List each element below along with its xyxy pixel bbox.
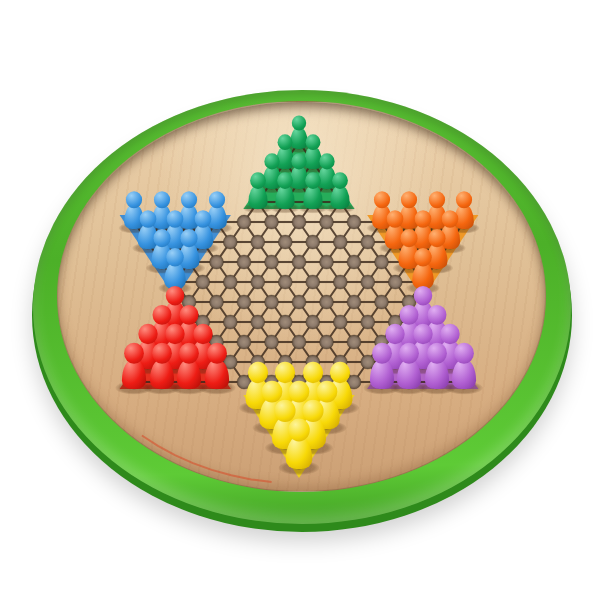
hole[interactable] — [388, 275, 402, 289]
peg-head — [400, 305, 419, 325]
peg-orange[interactable] — [411, 248, 434, 289]
hole[interactable] — [251, 315, 265, 329]
peg-head — [387, 210, 404, 228]
hole[interactable] — [333, 315, 347, 329]
hole[interactable] — [320, 295, 334, 309]
hole[interactable] — [237, 215, 251, 229]
peg-head — [305, 172, 321, 189]
hole[interactable] — [375, 255, 389, 269]
hole[interactable] — [347, 255, 361, 269]
hole[interactable] — [265, 215, 279, 229]
peg-green[interactable] — [330, 172, 351, 209]
peg-head — [427, 343, 447, 364]
star-hole-pattern — [0, 0, 600, 600]
hole[interactable] — [265, 335, 279, 349]
peg-head — [291, 153, 306, 169]
peg-head — [193, 324, 212, 344]
peg-red[interactable] — [176, 343, 202, 389]
peg-head — [208, 191, 224, 208]
hole[interactable] — [292, 255, 306, 269]
hole[interactable] — [347, 335, 361, 349]
hole[interactable] — [306, 235, 320, 249]
hole[interactable] — [278, 235, 292, 249]
peg-head — [288, 419, 310, 442]
hole[interactable] — [196, 275, 210, 289]
hole[interactable] — [361, 315, 375, 329]
peg-head — [442, 210, 459, 228]
peg-blue[interactable] — [164, 248, 187, 289]
peg-head — [166, 324, 185, 344]
peg-body — [303, 185, 322, 209]
peg-body — [397, 359, 421, 389]
peg-head — [414, 248, 432, 267]
peg-body — [452, 359, 476, 389]
hole[interactable] — [361, 235, 375, 249]
peg-purple[interactable] — [368, 343, 394, 389]
hole[interactable] — [361, 275, 375, 289]
peg-head — [167, 210, 184, 228]
peg-head — [427, 305, 446, 325]
peg-body — [369, 359, 393, 389]
peg-head — [181, 191, 197, 208]
printed-red-arc — [142, 436, 272, 483]
peg-head — [414, 286, 432, 305]
peg-head — [124, 343, 144, 364]
peg-body — [248, 185, 267, 209]
hole[interactable] — [278, 275, 292, 289]
peg-head — [332, 172, 348, 189]
peg-head — [454, 343, 474, 364]
hole[interactable] — [333, 235, 347, 249]
peg-body — [276, 185, 295, 209]
peg-head — [194, 210, 211, 228]
peg-head — [166, 286, 184, 305]
peg-head — [250, 172, 266, 189]
hole[interactable] — [265, 295, 279, 309]
peg-green[interactable] — [302, 172, 323, 209]
peg-head — [305, 134, 320, 150]
hole[interactable] — [210, 295, 224, 309]
peg-head — [428, 229, 445, 247]
peg-head — [179, 343, 199, 364]
peg-green[interactable] — [275, 172, 296, 209]
peg-red[interactable] — [121, 343, 147, 389]
hole[interactable] — [375, 295, 389, 309]
hole[interactable] — [265, 255, 279, 269]
peg-head — [278, 134, 293, 150]
peg-head — [277, 172, 293, 189]
peg-head — [413, 324, 432, 344]
peg-head — [152, 343, 172, 364]
peg-head — [400, 229, 417, 247]
peg-purple[interactable] — [396, 343, 422, 389]
hole[interactable] — [223, 275, 237, 289]
peg-purple[interactable] — [451, 343, 477, 389]
peg-head — [152, 305, 171, 325]
hole[interactable] — [210, 255, 224, 269]
peg-head — [373, 191, 389, 208]
peg-head — [180, 305, 199, 325]
peg-head — [207, 343, 227, 364]
hole[interactable] — [237, 255, 251, 269]
peg-body — [177, 359, 201, 389]
hole[interactable] — [320, 215, 334, 229]
hole[interactable] — [278, 315, 292, 329]
hole[interactable] — [251, 275, 265, 289]
hole[interactable] — [306, 275, 320, 289]
peg-head — [401, 191, 417, 208]
peg-head — [319, 153, 334, 169]
peg-head — [264, 153, 279, 169]
peg-green[interactable] — [247, 172, 268, 209]
peg-yellow[interactable] — [285, 419, 314, 469]
peg-head — [414, 210, 431, 228]
peg-head — [428, 191, 444, 208]
peg-red[interactable] — [203, 343, 229, 389]
peg-red[interactable] — [148, 343, 174, 389]
hole[interactable] — [251, 235, 265, 249]
peg-head — [399, 343, 419, 364]
hole[interactable] — [347, 295, 361, 309]
peg-head — [139, 210, 156, 228]
peg-body — [286, 437, 312, 469]
peg-body — [149, 359, 173, 389]
hole[interactable] — [292, 295, 306, 309]
peg-body — [424, 359, 448, 389]
hole[interactable] — [237, 335, 251, 349]
peg-body — [204, 359, 228, 389]
hole[interactable] — [292, 215, 306, 229]
hole[interactable] — [292, 335, 306, 349]
hole[interactable] — [237, 295, 251, 309]
peg-body — [122, 359, 146, 389]
peg-body — [331, 185, 350, 209]
hole[interactable] — [223, 315, 237, 329]
peg-head — [292, 115, 306, 130]
peg-head — [180, 229, 197, 247]
peg-head — [386, 324, 405, 344]
hole[interactable] — [320, 255, 334, 269]
peg-head — [153, 229, 170, 247]
peg-head — [153, 191, 169, 208]
hole[interactable] — [306, 315, 320, 329]
peg-head — [456, 191, 472, 208]
peg-head — [372, 343, 392, 364]
peg-head — [126, 191, 142, 208]
peg-head — [166, 248, 184, 267]
hole[interactable] — [223, 235, 237, 249]
hole[interactable] — [347, 215, 361, 229]
hole[interactable] — [333, 275, 347, 289]
chinese-checkers-board — [0, 0, 600, 600]
peg-head — [138, 324, 157, 344]
hole[interactable] — [320, 335, 334, 349]
peg-purple[interactable] — [423, 343, 449, 389]
peg-head — [441, 324, 460, 344]
